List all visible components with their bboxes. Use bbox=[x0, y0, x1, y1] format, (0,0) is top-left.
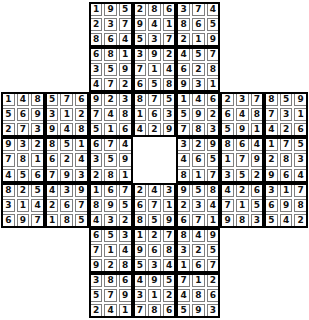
cell-r14c5: 6 bbox=[60, 199, 73, 212]
cell-r12c2: 5 bbox=[17, 169, 30, 182]
cell-r8c10: 1 bbox=[134, 108, 147, 121]
cell-r8c5: 1 bbox=[60, 108, 73, 121]
cell-r14c4: 2 bbox=[46, 199, 59, 212]
cell-r7c10: 8 bbox=[134, 93, 147, 106]
cell-r21c8: 4 bbox=[104, 304, 117, 317]
cell-r8c20: 3 bbox=[280, 108, 293, 121]
cell-r15c12: 9 bbox=[163, 214, 176, 227]
cell-r2c13: 8 bbox=[177, 18, 190, 31]
cell-r7c1: 1 bbox=[2, 93, 15, 106]
cell-r14c1: 3 bbox=[2, 199, 15, 212]
cell-r9c20: 2 bbox=[280, 123, 293, 136]
cell-r5c8: 5 bbox=[104, 63, 117, 76]
cell-r15c19: 5 bbox=[265, 214, 278, 227]
cell-r17c14: 2 bbox=[192, 244, 205, 257]
cell-r14c17: 1 bbox=[236, 199, 249, 212]
cell-r6c12: 8 bbox=[163, 78, 176, 91]
cell-r11c5: 2 bbox=[60, 153, 73, 166]
cell-r8c13: 5 bbox=[177, 108, 190, 121]
cell-r9c1: 2 bbox=[2, 123, 15, 136]
cell-r6c11: 5 bbox=[148, 78, 161, 91]
cell-r12c8: 8 bbox=[104, 169, 117, 182]
cell-r9c15: 3 bbox=[207, 123, 220, 136]
cell-r15c18: 3 bbox=[251, 214, 264, 227]
cell-r4c7: 6 bbox=[90, 48, 103, 61]
cell-r10c15: 9 bbox=[207, 138, 220, 151]
cell-r12c20: 6 bbox=[280, 169, 293, 182]
cell-r12c9: 1 bbox=[119, 169, 132, 182]
cell-r13c2: 2 bbox=[17, 184, 30, 197]
cell-r15c9: 2 bbox=[119, 214, 132, 227]
cell-r11c16: 1 bbox=[221, 153, 234, 166]
cell-r9c6: 8 bbox=[75, 123, 88, 136]
cell-r20c9: 9 bbox=[119, 289, 132, 302]
cell-r10c5: 5 bbox=[60, 138, 73, 151]
cell-r10c9: 4 bbox=[119, 138, 132, 151]
cell-r14c2: 1 bbox=[17, 199, 30, 212]
cell-r12c21: 4 bbox=[294, 169, 307, 182]
cell-r9c8: 1 bbox=[104, 123, 117, 136]
cell-r12c5: 9 bbox=[60, 169, 73, 182]
cell-r10c3: 2 bbox=[31, 138, 44, 151]
cell-r15c10: 8 bbox=[134, 214, 147, 227]
cell-r8c1: 5 bbox=[2, 108, 15, 121]
cell-r2c14: 6 bbox=[192, 18, 205, 31]
cell-r5c14: 2 bbox=[192, 63, 205, 76]
cell-r11c9: 9 bbox=[119, 153, 132, 166]
cell-r7c4: 5 bbox=[46, 93, 59, 106]
cell-r14c10: 6 bbox=[134, 199, 147, 212]
cell-r8c7: 7 bbox=[90, 108, 103, 121]
cell-r14c14: 3 bbox=[192, 199, 205, 212]
cell-r12c17: 5 bbox=[236, 169, 249, 182]
cell-r1c12: 6 bbox=[163, 3, 176, 16]
cell-r19c7: 3 bbox=[90, 274, 103, 287]
cell-r17c8: 1 bbox=[104, 244, 117, 257]
cell-r5c12: 4 bbox=[163, 63, 176, 76]
cell-r6c14: 3 bbox=[192, 78, 205, 91]
cell-r15c7: 4 bbox=[90, 214, 103, 227]
cell-r18c12: 4 bbox=[163, 259, 176, 272]
cell-r16c8: 5 bbox=[104, 229, 117, 242]
cell-r12c4: 7 bbox=[46, 169, 59, 182]
cell-r10c21: 5 bbox=[294, 138, 307, 151]
cell-r15c15: 1 bbox=[207, 214, 220, 227]
cell-r13c3: 5 bbox=[31, 184, 44, 197]
cell-r13c15: 8 bbox=[207, 184, 220, 197]
cell-r15c11: 5 bbox=[148, 214, 161, 227]
cell-r7c5: 7 bbox=[60, 93, 73, 106]
cell-r6c7: 4 bbox=[90, 78, 103, 91]
cell-r17c15: 5 bbox=[207, 244, 220, 257]
cell-r14c16: 7 bbox=[221, 199, 234, 212]
cell-r3c14: 1 bbox=[192, 33, 205, 46]
cell-r2c11: 4 bbox=[148, 18, 161, 31]
cell-r8c4: 3 bbox=[46, 108, 59, 121]
cell-r9c14: 8 bbox=[192, 123, 205, 136]
cell-r3c15: 9 bbox=[207, 33, 220, 46]
cell-r9c9: 6 bbox=[119, 123, 132, 136]
cell-r9c3: 3 bbox=[31, 123, 44, 136]
cell-r8c3: 9 bbox=[31, 108, 44, 121]
cell-r14c8: 9 bbox=[104, 199, 117, 212]
cell-r2c10: 9 bbox=[134, 18, 147, 31]
cell-r7c14: 4 bbox=[192, 93, 205, 106]
cell-r21c14: 9 bbox=[192, 304, 205, 317]
cell-r11c7: 3 bbox=[90, 153, 103, 166]
cell-r11c17: 7 bbox=[236, 153, 249, 166]
cell-r15c4: 1 bbox=[46, 214, 59, 227]
cell-r19c11: 9 bbox=[148, 274, 161, 287]
cell-r14c12: 1 bbox=[163, 199, 176, 212]
cell-r16c14: 4 bbox=[192, 229, 205, 242]
cell-r13c19: 3 bbox=[265, 184, 278, 197]
cell-r15c20: 4 bbox=[280, 214, 293, 227]
cell-r19c9: 6 bbox=[119, 274, 132, 287]
cell-r10c18: 4 bbox=[251, 138, 264, 151]
cell-r16c7: 6 bbox=[90, 229, 103, 242]
cell-r19c12: 5 bbox=[163, 274, 176, 287]
cell-r12c3: 6 bbox=[31, 169, 44, 182]
cell-r3c10: 5 bbox=[134, 33, 147, 46]
cell-r5c13: 6 bbox=[177, 63, 190, 76]
cell-r11c20: 8 bbox=[280, 153, 293, 166]
cell-r17c11: 6 bbox=[148, 244, 161, 257]
cell-r3c8: 6 bbox=[104, 33, 117, 46]
cell-r8c2: 6 bbox=[17, 108, 30, 121]
cell-r21c13: 5 bbox=[177, 304, 190, 317]
cell-r9c13: 7 bbox=[177, 123, 190, 136]
cell-r6c15: 1 bbox=[207, 78, 220, 91]
cell-r15c1: 6 bbox=[2, 214, 15, 227]
cell-r21c9: 1 bbox=[119, 304, 132, 317]
cell-r9c10: 4 bbox=[134, 123, 147, 136]
cell-r4c11: 9 bbox=[148, 48, 161, 61]
cell-r9c18: 1 bbox=[251, 123, 264, 136]
cell-r17c9: 4 bbox=[119, 244, 132, 257]
cell-r3c11: 3 bbox=[148, 33, 161, 46]
cell-r20c8: 7 bbox=[104, 289, 117, 302]
cell-r2c9: 7 bbox=[119, 18, 132, 31]
cell-r13c20: 1 bbox=[280, 184, 293, 197]
cell-r9c11: 2 bbox=[148, 123, 161, 136]
cell-r9c12: 9 bbox=[163, 123, 176, 136]
cell-r8c9: 8 bbox=[119, 108, 132, 121]
cell-r11c18: 9 bbox=[251, 153, 264, 166]
cell-r13c8: 6 bbox=[104, 184, 117, 197]
cell-r13c1: 8 bbox=[2, 184, 15, 197]
cell-r17c7: 7 bbox=[90, 244, 103, 257]
cell-r15c8: 3 bbox=[104, 214, 117, 227]
cell-r11c19: 2 bbox=[265, 153, 278, 166]
sudoku-board: 1952863742379418658645372196813924573597… bbox=[0, 0, 309, 320]
cell-r9c5: 4 bbox=[60, 123, 73, 136]
cell-r15c16: 9 bbox=[221, 214, 234, 227]
cell-r10c17: 6 bbox=[236, 138, 249, 151]
cell-r18c7: 9 bbox=[90, 259, 103, 272]
cell-r11c6: 4 bbox=[75, 153, 88, 166]
cell-r16c13: 8 bbox=[177, 229, 190, 242]
cell-r6c8: 7 bbox=[104, 78, 117, 91]
cell-r11c4: 6 bbox=[46, 153, 59, 166]
cell-r7c15: 6 bbox=[207, 93, 220, 106]
cell-r9c16: 5 bbox=[221, 123, 234, 136]
cell-r5c9: 9 bbox=[119, 63, 132, 76]
cell-r9c4: 9 bbox=[46, 123, 59, 136]
cell-r16c15: 9 bbox=[207, 229, 220, 242]
cell-r20c12: 2 bbox=[163, 289, 176, 302]
cell-r16c10: 1 bbox=[134, 229, 147, 242]
cell-r15c6: 5 bbox=[75, 214, 88, 227]
cell-r12c6: 3 bbox=[75, 169, 88, 182]
cell-r15c2: 9 bbox=[17, 214, 30, 227]
cell-r15c17: 8 bbox=[236, 214, 249, 227]
cell-r17c13: 3 bbox=[177, 244, 190, 257]
cell-r1c14: 7 bbox=[192, 3, 205, 16]
cell-r13c18: 6 bbox=[251, 184, 264, 197]
cell-r20c11: 1 bbox=[148, 289, 161, 302]
cell-r9c21: 6 bbox=[294, 123, 307, 136]
cell-r15c5: 8 bbox=[60, 214, 73, 227]
cell-r9c7: 5 bbox=[90, 123, 103, 136]
cell-r18c15: 7 bbox=[207, 259, 220, 272]
cell-r1c8: 9 bbox=[104, 3, 117, 16]
cell-r19c13: 7 bbox=[177, 274, 190, 287]
cell-r13c7: 1 bbox=[90, 184, 103, 197]
cell-r1c9: 5 bbox=[119, 3, 132, 16]
cell-r20c15: 6 bbox=[207, 289, 220, 302]
cell-r7c8: 2 bbox=[104, 93, 117, 106]
cell-r4c14: 5 bbox=[192, 48, 205, 61]
cell-r10c7: 6 bbox=[90, 138, 103, 151]
cell-r3c12: 7 bbox=[163, 33, 176, 46]
cell-r19c10: 4 bbox=[134, 274, 147, 287]
cell-r5c11: 1 bbox=[148, 63, 161, 76]
cell-r11c15: 5 bbox=[207, 153, 220, 166]
cell-r10c4: 8 bbox=[46, 138, 59, 151]
cell-r11c8: 5 bbox=[104, 153, 117, 166]
cell-r4c10: 3 bbox=[134, 48, 147, 61]
cell-r10c8: 7 bbox=[104, 138, 117, 151]
cell-r14c15: 4 bbox=[207, 199, 220, 212]
cell-r21c11: 8 bbox=[148, 304, 161, 317]
cell-r14c20: 9 bbox=[280, 199, 293, 212]
cell-r18c8: 2 bbox=[104, 259, 117, 272]
cell-r13c16: 4 bbox=[221, 184, 234, 197]
cell-r8c19: 7 bbox=[265, 108, 278, 121]
cell-r4c15: 7 bbox=[207, 48, 220, 61]
cell-r21c15: 3 bbox=[207, 304, 220, 317]
cell-r3c13: 2 bbox=[177, 33, 190, 46]
cell-r8c12: 3 bbox=[163, 108, 176, 121]
cell-r17c12: 8 bbox=[163, 244, 176, 257]
cell-r12c16: 3 bbox=[221, 169, 234, 182]
cell-r2c15: 5 bbox=[207, 18, 220, 31]
cell-r2c12: 1 bbox=[163, 18, 176, 31]
cell-r10c20: 7 bbox=[280, 138, 293, 151]
cell-r19c15: 2 bbox=[207, 274, 220, 287]
cell-r13c21: 7 bbox=[294, 184, 307, 197]
cell-r20c14: 8 bbox=[192, 289, 205, 302]
cell-r11c21: 3 bbox=[294, 153, 307, 166]
cell-r8c15: 2 bbox=[207, 108, 220, 121]
cell-r9c17: 9 bbox=[236, 123, 249, 136]
cell-r7c12: 5 bbox=[163, 93, 176, 106]
cell-r20c7: 5 bbox=[90, 289, 103, 302]
cell-r15c13: 6 bbox=[177, 214, 190, 227]
cell-r8c6: 2 bbox=[75, 108, 88, 121]
cell-r6c9: 2 bbox=[119, 78, 132, 91]
cell-r18c14: 6 bbox=[192, 259, 205, 272]
cell-r8c21: 1 bbox=[294, 108, 307, 121]
cell-r1c11: 8 bbox=[148, 3, 161, 16]
cell-r1c13: 3 bbox=[177, 3, 190, 16]
cell-r4c12: 2 bbox=[163, 48, 176, 61]
cell-r20c10: 3 bbox=[134, 289, 147, 302]
cell-r7c9: 3 bbox=[119, 93, 132, 106]
cell-r19c8: 8 bbox=[104, 274, 117, 287]
cell-r7c20: 5 bbox=[280, 93, 293, 106]
cell-r8c14: 9 bbox=[192, 108, 205, 121]
cell-r11c14: 6 bbox=[192, 153, 205, 166]
cell-r10c13: 3 bbox=[177, 138, 190, 151]
cell-r7c11: 7 bbox=[148, 93, 161, 106]
cell-r1c7: 1 bbox=[90, 3, 103, 16]
cell-r12c15: 7 bbox=[207, 169, 220, 182]
cell-r12c13: 8 bbox=[177, 169, 190, 182]
cell-r10c1: 9 bbox=[2, 138, 15, 151]
cell-r15c21: 2 bbox=[294, 214, 307, 227]
cell-r18c9: 8 bbox=[119, 259, 132, 272]
cell-r13c14: 5 bbox=[192, 184, 205, 197]
cell-r11c1: 7 bbox=[2, 153, 15, 166]
cell-r13c13: 9 bbox=[177, 184, 190, 197]
cell-r12c14: 1 bbox=[192, 169, 205, 182]
cell-r1c10: 2 bbox=[134, 3, 147, 16]
cell-r12c7: 2 bbox=[90, 169, 103, 182]
cell-r8c16: 6 bbox=[221, 108, 234, 121]
cell-r6c10: 6 bbox=[134, 78, 147, 91]
cell-r9c19: 4 bbox=[265, 123, 278, 136]
cell-r13c12: 3 bbox=[163, 184, 176, 197]
cell-r12c1: 4 bbox=[2, 169, 15, 182]
cell-r13c6: 9 bbox=[75, 184, 88, 197]
cell-r3c9: 4 bbox=[119, 33, 132, 46]
cell-r13c11: 4 bbox=[148, 184, 161, 197]
cell-r14c19: 6 bbox=[265, 199, 278, 212]
cell-r16c12: 7 bbox=[163, 229, 176, 242]
cell-r14c3: 4 bbox=[31, 199, 44, 212]
cell-r14c18: 5 bbox=[251, 199, 264, 212]
cell-r7c18: 7 bbox=[251, 93, 264, 106]
cell-r21c7: 2 bbox=[90, 304, 103, 317]
cell-r8c8: 4 bbox=[104, 108, 117, 121]
cell-r2c7: 2 bbox=[90, 18, 103, 31]
cell-r21c10: 7 bbox=[134, 304, 147, 317]
cell-r18c10: 5 bbox=[134, 259, 147, 272]
cell-r5c15: 8 bbox=[207, 63, 220, 76]
cell-r15c3: 7 bbox=[31, 214, 44, 227]
cell-r14c13: 2 bbox=[177, 199, 190, 212]
cell-r16c9: 3 bbox=[119, 229, 132, 242]
cell-r14c11: 7 bbox=[148, 199, 161, 212]
cell-r21c12: 6 bbox=[163, 304, 176, 317]
cell-r9c2: 7 bbox=[17, 123, 30, 136]
cell-r12c19: 9 bbox=[265, 169, 278, 182]
cell-r4c8: 8 bbox=[104, 48, 117, 61]
cell-r10c2: 3 bbox=[17, 138, 30, 151]
cell-r8c18: 8 bbox=[251, 108, 264, 121]
cell-r4c9: 1 bbox=[119, 48, 132, 61]
cell-r10c6: 1 bbox=[75, 138, 88, 151]
cell-r14c21: 8 bbox=[294, 199, 307, 212]
cell-r10c19: 1 bbox=[265, 138, 278, 151]
cell-r14c7: 8 bbox=[90, 199, 103, 212]
cell-r16c11: 2 bbox=[148, 229, 161, 242]
cell-r6c13: 9 bbox=[177, 78, 190, 91]
cell-r7c17: 3 bbox=[236, 93, 249, 106]
cell-r14c6: 7 bbox=[75, 199, 88, 212]
cell-r8c11: 6 bbox=[148, 108, 161, 121]
cell-r10c16: 8 bbox=[221, 138, 234, 151]
cell-r7c3: 8 bbox=[31, 93, 44, 106]
cell-r13c9: 7 bbox=[119, 184, 132, 197]
cell-r15c14: 7 bbox=[192, 214, 205, 227]
cell-r7c7: 9 bbox=[90, 93, 103, 106]
cell-r7c21: 9 bbox=[294, 93, 307, 106]
cell-r13c4: 4 bbox=[46, 184, 59, 197]
cell-r4c13: 4 bbox=[177, 48, 190, 61]
cell-r11c13: 4 bbox=[177, 153, 190, 166]
cell-r7c6: 6 bbox=[75, 93, 88, 106]
cell-r7c13: 1 bbox=[177, 93, 190, 106]
cell-r14c9: 5 bbox=[119, 199, 132, 212]
cell-r3c7: 8 bbox=[90, 33, 103, 46]
cell-r19c14: 1 bbox=[192, 274, 205, 287]
cell-r17c10: 9 bbox=[134, 244, 147, 257]
cell-r5c10: 7 bbox=[134, 63, 147, 76]
cell-r7c19: 8 bbox=[265, 93, 278, 106]
cell-r12c18: 2 bbox=[251, 169, 264, 182]
cell-r5c7: 3 bbox=[90, 63, 103, 76]
cell-r18c13: 1 bbox=[177, 259, 190, 272]
cell-r18c11: 3 bbox=[148, 259, 161, 272]
cell-r2c8: 3 bbox=[104, 18, 117, 31]
cell-r1c15: 4 bbox=[207, 3, 220, 16]
cell-r7c2: 4 bbox=[17, 93, 30, 106]
cell-r8c17: 4 bbox=[236, 108, 249, 121]
cell-r13c5: 3 bbox=[60, 184, 73, 197]
cell-r7c16: 2 bbox=[221, 93, 234, 106]
cell-r20c13: 4 bbox=[177, 289, 190, 302]
cell-r11c2: 8 bbox=[17, 153, 30, 166]
cell-r13c17: 2 bbox=[236, 184, 249, 197]
cell-r13c10: 2 bbox=[134, 184, 147, 197]
cell-r11c3: 1 bbox=[31, 153, 44, 166]
cell-r10c14: 2 bbox=[192, 138, 205, 151]
